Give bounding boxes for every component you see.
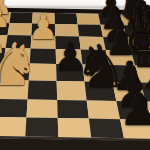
square-c5 [55,36,80,50]
square-e6 [83,65,113,83]
square-f3 [0,80,29,100]
square-c3 [6,35,32,49]
square-e3 [1,63,30,80]
square-h3 [0,117,27,137]
square-a7 [98,14,123,25]
square-c6 [79,36,106,50]
square-d7 [106,50,136,66]
square-a2 [0,12,11,23]
square-a3 [9,12,32,23]
square-b6 [78,24,103,37]
square-g3 [0,99,28,118]
square-e4 [29,64,57,82]
square-b5 [55,24,79,36]
square-d5 [56,49,83,65]
chess-set-photo: ♜♟♜♟♞♟♞♟♝♟♝♟♛♟♛♟♚♟♚♟♝♟♞♝♟♞♟♟♜♟♜♟ [0,0,150,150]
square-b3 [8,23,32,35]
square-c8 [127,37,150,51]
square-e5 [56,64,84,82]
square-a5 [55,13,78,24]
square-g6 [87,101,120,120]
square-d3 [3,48,30,63]
square-g4 [27,100,58,119]
chess-board [0,0,150,150]
square-f4 [28,81,58,101]
square-h5 [58,118,91,138]
square-a6 [76,13,100,24]
square-a8 [120,14,146,25]
square-b7 [101,25,127,38]
square-g5 [57,100,89,119]
square-a4 [32,13,55,24]
square-b8 [123,25,150,38]
square-h6 [89,119,124,139]
square-c7 [103,37,131,51]
square-d6 [81,50,109,66]
square-g7 [116,101,150,120]
square-f5 [57,81,87,101]
square-f7 [112,82,145,102]
square-e7 [109,65,141,83]
square-d4 [30,49,56,64]
square-c4 [31,36,56,49]
square-h4 [25,118,58,138]
square-b4 [31,24,55,36]
square-h7 [120,119,150,139]
square-f6 [85,82,117,102]
